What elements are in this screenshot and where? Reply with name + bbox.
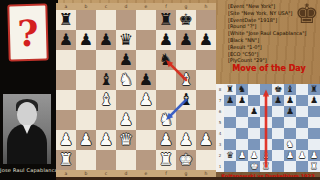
square-a4 [224, 128, 236, 139]
file-label-c: c [96, 3, 116, 10]
square-c3 [96, 110, 116, 130]
file-label-g: g [176, 3, 196, 10]
black-rook-h8: ♜ [310, 85, 318, 94]
file-label-a: a [56, 170, 76, 177]
square-g5 [296, 117, 308, 128]
square-a7: ♟ [56, 30, 76, 50]
black-pawn-f7: ♟ [159, 32, 173, 48]
white-king-g1: ♚ [179, 152, 193, 168]
square-c2: ♟ [248, 150, 260, 161]
square-h7: ♟ [196, 30, 216, 50]
square-a3 [56, 110, 76, 130]
square-f1: ♜ [156, 150, 176, 170]
rank-label-4: 4 [216, 131, 224, 136]
square-c5 [248, 117, 260, 128]
player-caption: Jose Raul Capablanca [0, 167, 58, 173]
black-knight-f6: ♞ [159, 52, 173, 68]
square-d3: ♟ [116, 110, 136, 130]
square-d2: ♛ [116, 130, 136, 150]
square-c1: ♚ [248, 161, 260, 172]
square-b8 [76, 10, 96, 30]
square-d1: ♜ [260, 161, 272, 172]
white-queen-d2: ♛ [119, 132, 133, 148]
square-g3 [176, 110, 196, 130]
bottom-edge-bar [56, 177, 320, 180]
square-b4 [236, 128, 248, 139]
square-c8 [248, 84, 260, 95]
square-g1 [296, 161, 308, 172]
white-pawn-c2: ♟ [99, 132, 113, 148]
square-e5: ♟ [136, 70, 156, 90]
white-pawn-g2: ♟ [179, 132, 193, 148]
black-rook-a8: ♜ [59, 12, 73, 28]
square-h7: ♟ [308, 95, 320, 106]
square-b3 [76, 110, 96, 130]
square-e1 [136, 150, 156, 170]
square-b2: ♟ [76, 130, 96, 150]
mini-chess-board: ♜♞♚♝♜♟♟♟♟♟♟♟♞♛♟♟♝♟♟♟♚♜♜ [224, 84, 320, 172]
square-d3 [260, 139, 272, 150]
white-rook-d1: ♜ [262, 162, 270, 171]
white-knight-f3: ♞ [159, 112, 173, 128]
rank-label-2: 2 [216, 153, 224, 158]
square-h5 [308, 117, 320, 128]
square-f7: ♟ [284, 95, 296, 106]
square-a3 [224, 139, 236, 150]
thumbnail-stage: [Event "New York"] [Site "New York, NY U… [0, 0, 320, 180]
white-pawn-d3: ♟ [119, 112, 133, 128]
square-e2 [272, 150, 284, 161]
headline-move-of-the-day: Move of the Day [218, 64, 320, 73]
white-pawn-h2: ♟ [310, 151, 318, 160]
square-c6: ♟ [248, 106, 260, 117]
white-pawn-f2: ♟ [159, 132, 173, 148]
square-d5: ♞ [116, 70, 136, 90]
square-g7 [296, 95, 308, 106]
square-e4: ♟ [136, 90, 156, 110]
square-c8 [96, 10, 116, 30]
player-photo [3, 94, 51, 164]
square-c3 [248, 139, 260, 150]
square-g8 [296, 84, 308, 95]
square-a8: ♜ [56, 10, 76, 30]
white-pawn-e4: ♟ [139, 92, 153, 108]
square-h6 [308, 106, 320, 117]
white-rook-h1: ♜ [310, 162, 318, 171]
square-a5 [224, 117, 236, 128]
square-a1: ♜ [56, 150, 76, 170]
file-label-h: h [196, 170, 216, 177]
pgn-eco: [ECO "C50"] [228, 51, 320, 58]
square-h2: ♟ [308, 150, 320, 161]
square-e6 [136, 50, 156, 70]
square-a4 [56, 90, 76, 110]
black-pawn-g7: ♟ [179, 32, 193, 48]
mini-board-rank-numbers: 87654321 [216, 84, 224, 172]
mystery-card: ? [7, 3, 48, 61]
square-b8: ♞ [236, 84, 248, 95]
square-g3 [296, 139, 308, 150]
square-g7: ♟ [176, 30, 196, 50]
square-f6: ♟ [284, 106, 296, 117]
black-pawn-b7: ♟ [238, 96, 246, 105]
black-pawn-a7: ♟ [226, 96, 234, 105]
black-pawn-f6: ♟ [286, 107, 294, 116]
square-b6 [236, 106, 248, 117]
square-e3 [272, 139, 284, 150]
square-f4 [156, 90, 176, 110]
square-a8: ♜ [224, 84, 236, 95]
square-d6: ♟ [116, 50, 136, 70]
white-rook-f1: ♜ [159, 152, 173, 168]
square-e5 [272, 117, 284, 128]
square-f8: ♜ [156, 10, 176, 30]
square-b7: ♟ [76, 30, 96, 50]
file-label-e: e [136, 3, 156, 10]
white-pawn-h2: ♟ [199, 132, 213, 148]
file-label-f: f [156, 3, 176, 10]
square-b7: ♟ [236, 95, 248, 106]
white-bishop-d2: ♝ [262, 151, 270, 160]
black-knight-b8: ♞ [238, 85, 246, 94]
square-h6 [196, 50, 216, 70]
black-pawn-c6: ♟ [250, 107, 258, 116]
square-e7 [136, 30, 156, 50]
file-label-d: d [116, 3, 136, 10]
square-c7 [248, 95, 260, 106]
black-pawn-e7: ♟ [274, 96, 282, 105]
square-g2: ♟ [176, 130, 196, 150]
square-h3 [308, 139, 320, 150]
square-b1 [76, 150, 96, 170]
square-e7: ♟ [272, 95, 284, 106]
rank-label-6: 6 [216, 109, 224, 114]
square-d8 [260, 84, 272, 95]
square-f3: ♞ [284, 139, 296, 150]
white-bishop-c4: ♝ [99, 92, 113, 108]
square-b2: ♟ [236, 150, 248, 161]
square-d7 [260, 95, 272, 106]
black-bishop-f8: ♝ [286, 85, 294, 94]
pgn-result: [Result "1-0"] [228, 44, 320, 51]
black-pawn-h7: ♟ [310, 96, 318, 105]
square-b4 [76, 90, 96, 110]
square-d1 [116, 150, 136, 170]
square-a5 [56, 70, 76, 90]
square-d5 [260, 117, 272, 128]
black-pawn-d6: ♟ [119, 52, 133, 68]
square-c5: ♝ [96, 70, 116, 90]
square-h8: ♜ [308, 84, 320, 95]
rank-label-5: 5 [216, 120, 224, 125]
square-d7: ♛ [116, 30, 136, 50]
square-c6 [96, 50, 116, 70]
square-b6 [76, 50, 96, 70]
square-b3 [236, 139, 248, 150]
square-c4 [248, 128, 260, 139]
white-pawn-f2: ♟ [286, 151, 294, 160]
king-silhouette-icon: ♚ [295, 0, 319, 29]
rank-label-1: 1 [216, 164, 224, 169]
square-d4 [260, 128, 272, 139]
square-d8 [116, 10, 136, 30]
file-label-g: g [176, 170, 196, 177]
square-a6 [224, 106, 236, 117]
square-h3 [196, 110, 216, 130]
square-f1 [284, 161, 296, 172]
white-knight-d5: ♞ [119, 72, 133, 88]
black-bishop-c5: ♝ [99, 72, 113, 88]
photo-face [17, 102, 37, 126]
rank-label-8: 8 [216, 87, 224, 92]
square-b5 [76, 70, 96, 90]
square-f2: ♟ [284, 150, 296, 161]
square-h1 [196, 150, 216, 170]
square-e4 [272, 128, 284, 139]
rank-label-7: 7 [216, 98, 224, 103]
pgn-white: [White "Jose Raul Capablanca"] [228, 30, 320, 37]
black-bishop-g4: ♝ [179, 92, 193, 108]
square-b1 [236, 161, 248, 172]
square-f3: ♞ [156, 110, 176, 130]
black-queen-a2: ♛ [226, 151, 234, 160]
left-panel: ? Jose Raul Capablanca [0, 0, 58, 180]
main-chess-board: ♜♜♚♟♟♟♛♟♟♟♟♞♝♞♟♝♝♟♝♟♞♟♟♟♛♟♟♟♜♜♚ [56, 10, 216, 170]
square-e6 [272, 106, 284, 117]
square-c1 [96, 150, 116, 170]
square-e1 [272, 161, 284, 172]
main-board-file-letters-top: abcdefgh [56, 3, 216, 10]
question-mark: ? [17, 14, 39, 51]
square-f5 [284, 117, 296, 128]
square-g8: ♚ [176, 10, 196, 30]
white-pawn-a2: ♟ [59, 132, 73, 148]
white-pawn-b2: ♟ [238, 151, 246, 160]
file-label-b: b [76, 170, 96, 177]
square-h4 [308, 128, 320, 139]
square-e8 [136, 10, 156, 30]
file-label-d: d [116, 170, 136, 177]
square-g5: ♝ [176, 70, 196, 90]
file-label-b: b [76, 3, 96, 10]
black-pawn-h7: ♟ [199, 32, 213, 48]
white-rook-a1: ♜ [59, 152, 73, 168]
black-pawn-e5: ♟ [139, 72, 153, 88]
rank-label-3: 3 [216, 142, 224, 147]
file-label-f: f [156, 170, 176, 177]
square-a1 [224, 161, 236, 172]
square-h2: ♟ [196, 130, 216, 150]
black-queen-d7: ♛ [119, 32, 133, 48]
white-king-c1: ♚ [250, 162, 258, 171]
black-pawn-c7: ♟ [99, 32, 113, 48]
square-e2 [136, 130, 156, 150]
file-label-a: a [56, 3, 76, 10]
black-pawn-a7: ♟ [59, 32, 73, 48]
square-d6 [260, 106, 272, 117]
square-a7: ♟ [224, 95, 236, 106]
black-king-e8: ♚ [274, 85, 282, 94]
black-rook-f8: ♜ [159, 12, 173, 28]
square-c2: ♟ [96, 130, 116, 150]
square-f7: ♟ [156, 30, 176, 50]
white-knight-f3: ♞ [286, 140, 294, 149]
black-rook-a8: ♜ [226, 85, 234, 94]
square-c7: ♟ [96, 30, 116, 50]
square-f6: ♞ [156, 50, 176, 70]
pgn-black: [Black "NN"] [228, 37, 320, 44]
square-g1: ♚ [176, 150, 196, 170]
square-f8: ♝ [284, 84, 296, 95]
square-e8: ♚ [272, 84, 284, 95]
square-c4: ♝ [96, 90, 116, 110]
square-f4 [284, 128, 296, 139]
square-b5 [236, 117, 248, 128]
square-a2: ♛ [224, 150, 236, 161]
square-a6 [56, 50, 76, 70]
black-king-g8: ♚ [179, 12, 193, 28]
square-a2: ♟ [56, 130, 76, 150]
square-d2: ♝ [260, 150, 272, 161]
square-g6 [296, 106, 308, 117]
file-label-h: h [196, 3, 216, 10]
square-h5 [196, 70, 216, 90]
square-h8 [196, 10, 216, 30]
main-board-file-letters-bottom: abcdefgh [56, 170, 216, 177]
black-pawn-b7: ♟ [79, 32, 93, 48]
square-g2: ♟ [296, 150, 308, 161]
black-pawn-f7: ♟ [286, 96, 294, 105]
white-pawn-b2: ♟ [79, 132, 93, 148]
square-d4 [116, 90, 136, 110]
white-pawn-g2: ♟ [298, 151, 306, 160]
square-g6 [176, 50, 196, 70]
square-g4 [296, 128, 308, 139]
file-label-e: e [136, 170, 156, 177]
square-g4: ♝ [176, 90, 196, 110]
square-h4 [196, 90, 216, 110]
white-pawn-c2: ♟ [250, 151, 258, 160]
file-label-c: c [96, 170, 116, 177]
square-e3 [136, 110, 156, 130]
square-f5 [156, 70, 176, 90]
square-h1: ♜ [308, 161, 320, 172]
white-bishop-g5: ♝ [179, 72, 193, 88]
square-f2: ♟ [156, 130, 176, 150]
